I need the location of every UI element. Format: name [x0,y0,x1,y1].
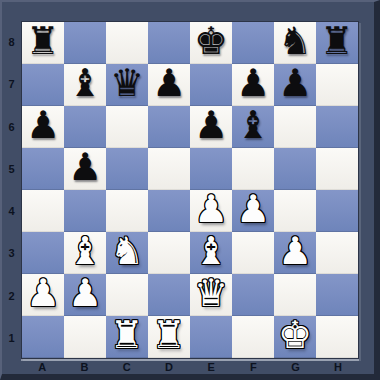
rank-label-5: 5 [2,148,21,190]
white-rook: ♜ [152,314,186,356]
square-a8[interactable]: ♜ [22,22,64,64]
square-c2[interactable] [106,274,148,316]
square-g7[interactable]: ♟ [274,64,316,106]
square-d3[interactable] [148,232,190,274]
square-d2[interactable] [148,274,190,316]
square-d7[interactable]: ♟ [148,64,190,106]
square-a7[interactable] [22,64,64,106]
square-a3[interactable] [22,232,64,274]
square-f4[interactable]: ♟ [232,190,274,232]
square-a6[interactable]: ♟ [22,106,64,148]
square-f6[interactable]: ♝ [232,106,274,148]
square-e4[interactable]: ♟ [190,190,232,232]
square-e2[interactable]: ♛ [190,274,232,316]
square-g5[interactable] [274,148,316,190]
white-pawn: ♟ [278,230,312,272]
square-g6[interactable] [274,106,316,148]
square-f2[interactable] [232,274,274,316]
square-a5[interactable] [22,148,64,190]
black-bishop: ♝ [236,104,270,146]
square-f3[interactable] [232,232,274,274]
chess-board: ♜♚♞♜♝♛♟♟♟♟♟♝♟♟♟♝♞♝♟♟♟♛♜♜♚ [21,21,359,359]
file-label-d: D [148,360,190,374]
square-a2[interactable]: ♟ [22,274,64,316]
black-pawn: ♟ [236,62,270,104]
rank-label-4: 4 [2,190,21,232]
square-h6[interactable] [316,106,358,148]
rank-label-7: 7 [2,63,21,105]
file-label-g: G [275,360,317,374]
white-pawn: ♟ [26,272,60,314]
black-king: ♚ [194,20,228,62]
square-b1[interactable] [64,316,106,358]
white-queen: ♛ [194,272,228,314]
square-c6[interactable] [106,106,148,148]
square-f8[interactable] [232,22,274,64]
square-d5[interactable] [148,148,190,190]
file-label-e: E [190,360,232,374]
chess-board-frame: 87654321 ♜♚♞♜♝♛♟♟♟♟♟♝♟♟♟♝♞♝♟♟♟♛♜♜♚ ABCDE… [0,0,380,380]
square-f1[interactable] [232,316,274,358]
square-h5[interactable] [316,148,358,190]
square-b4[interactable] [64,190,106,232]
black-bishop: ♝ [68,62,102,104]
square-b8[interactable] [64,22,106,64]
square-e3[interactable]: ♝ [190,232,232,274]
square-c8[interactable] [106,22,148,64]
square-h4[interactable] [316,190,358,232]
rank-label-6: 6 [2,106,21,148]
square-e6[interactable]: ♟ [190,106,232,148]
square-c7[interactable]: ♛ [106,64,148,106]
square-g1[interactable]: ♚ [274,316,316,358]
white-king: ♚ [278,314,312,356]
white-pawn: ♟ [68,272,102,314]
square-b2[interactable]: ♟ [64,274,106,316]
black-pawn: ♟ [152,62,186,104]
square-c1[interactable]: ♜ [106,316,148,358]
square-b6[interactable] [64,106,106,148]
square-h3[interactable] [316,232,358,274]
black-rook: ♜ [320,20,354,62]
black-pawn: ♟ [26,104,60,146]
black-pawn: ♟ [194,104,228,146]
file-label-a: A [21,360,63,374]
rank-labels: 87654321 [2,21,21,359]
square-d1[interactable]: ♜ [148,316,190,358]
square-g4[interactable] [274,190,316,232]
white-bishop: ♝ [194,230,228,272]
square-e7[interactable] [190,64,232,106]
square-a4[interactable] [22,190,64,232]
black-knight: ♞ [278,20,312,62]
square-d6[interactable] [148,106,190,148]
square-f5[interactable] [232,148,274,190]
square-e5[interactable] [190,148,232,190]
square-b7[interactable]: ♝ [64,64,106,106]
square-h1[interactable] [316,316,358,358]
white-pawn: ♟ [194,188,228,230]
square-d4[interactable] [148,190,190,232]
black-pawn: ♟ [68,146,102,188]
white-pawn: ♟ [236,188,270,230]
black-pawn: ♟ [278,62,312,104]
square-g3[interactable]: ♟ [274,232,316,274]
rank-label-2: 2 [2,275,21,317]
square-b5[interactable]: ♟ [64,148,106,190]
square-h8[interactable]: ♜ [316,22,358,64]
rank-label-1: 1 [2,317,21,359]
black-queen: ♛ [110,62,144,104]
square-f7[interactable]: ♟ [232,64,274,106]
file-label-c: C [106,360,148,374]
square-e1[interactable] [190,316,232,358]
square-h2[interactable] [316,274,358,316]
square-c5[interactable] [106,148,148,190]
square-c3[interactable]: ♞ [106,232,148,274]
rank-label-3: 3 [2,232,21,274]
rank-label-8: 8 [2,21,21,63]
square-e8[interactable]: ♚ [190,22,232,64]
square-g2[interactable] [274,274,316,316]
square-a1[interactable] [22,316,64,358]
square-g8[interactable]: ♞ [274,22,316,64]
white-knight: ♞ [110,230,144,272]
square-h7[interactable] [316,64,358,106]
square-d8[interactable] [148,22,190,64]
file-label-h: H [317,360,359,374]
file-labels: ABCDEFGH [21,360,359,374]
white-rook: ♜ [110,314,144,356]
file-label-b: B [63,360,105,374]
white-bishop: ♝ [68,230,102,272]
file-label-f: F [232,360,274,374]
black-rook: ♜ [26,20,60,62]
square-c4[interactable] [106,190,148,232]
square-b3[interactable]: ♝ [64,232,106,274]
